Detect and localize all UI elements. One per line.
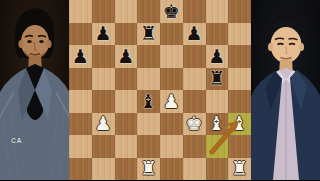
- square-h7[interactable]: [228, 23, 251, 46]
- square-h2[interactable]: [228, 135, 251, 158]
- face: [271, 27, 302, 63]
- square-c1[interactable]: [115, 158, 138, 181]
- square-c7[interactable]: [115, 23, 138, 46]
- square-e3[interactable]: [160, 113, 183, 136]
- square-d4[interactable]: ♝: [137, 90, 160, 113]
- square-f6[interactable]: [183, 45, 206, 68]
- square-e6[interactable]: [160, 45, 183, 68]
- chess-board: ♚♟♜♟♟♟♟♜♝♟♟♚♝♝♜♜: [69, 0, 251, 180]
- square-b3[interactable]: ♟: [92, 113, 115, 136]
- square-f8[interactable]: [183, 0, 206, 23]
- square-b5[interactable]: [92, 68, 115, 91]
- square-h1[interactable]: ♜: [228, 158, 251, 181]
- square-a1[interactable]: [69, 158, 92, 181]
- right-player-photo: [251, 0, 320, 180]
- square-g7[interactable]: [206, 23, 229, 46]
- square-e7[interactable]: [160, 23, 183, 46]
- square-e4[interactable]: ♟: [160, 90, 183, 113]
- square-a5[interactable]: [69, 68, 92, 91]
- square-c8[interactable]: [115, 0, 138, 23]
- board-grid: ♚♟♜♟♟♟♟♜♝♟♟♚♝♝♜♜: [69, 0, 251, 180]
- square-d8[interactable]: [137, 0, 160, 23]
- square-b6[interactable]: [92, 45, 115, 68]
- square-g8[interactable]: [206, 0, 229, 23]
- right-player-portrait: [251, 0, 320, 180]
- white-king-f3: ♚: [183, 113, 206, 136]
- photo-watermark: CA: [11, 137, 22, 144]
- square-g4[interactable]: [206, 90, 229, 113]
- square-d5[interactable]: [137, 68, 160, 91]
- square-h3[interactable]: ♝: [228, 113, 251, 136]
- white-pawn-b3: ♟: [92, 113, 115, 136]
- black-pawn-b7: ♟: [92, 23, 115, 46]
- white-bishop-h3: ♝: [228, 113, 251, 136]
- square-a2[interactable]: [69, 135, 92, 158]
- square-b2[interactable]: [92, 135, 115, 158]
- square-f7[interactable]: ♟: [183, 23, 206, 46]
- video-thumbnail: CA ♚♟♜♟♟♟♟♜♝♟♟♚♝♝♜♜: [0, 0, 320, 180]
- black-pawn-g6: ♟: [206, 45, 229, 68]
- square-a8[interactable]: [69, 0, 92, 23]
- square-c6[interactable]: ♟: [115, 45, 138, 68]
- square-b7[interactable]: ♟: [92, 23, 115, 46]
- square-c5[interactable]: [115, 68, 138, 91]
- square-d7[interactable]: ♜: [137, 23, 160, 46]
- black-pawn-c6: ♟: [115, 45, 138, 68]
- square-b1[interactable]: [92, 158, 115, 181]
- square-b8[interactable]: [92, 0, 115, 23]
- square-g1[interactable]: [206, 158, 229, 181]
- square-a6[interactable]: ♟: [69, 45, 92, 68]
- square-d2[interactable]: [137, 135, 160, 158]
- square-h8[interactable]: [228, 0, 251, 23]
- white-rook-h1: ♜: [228, 158, 251, 181]
- square-a4[interactable]: [69, 90, 92, 113]
- white-rook-d1: ♜: [137, 158, 160, 181]
- square-d1[interactable]: ♜: [137, 158, 160, 181]
- square-e2[interactable]: [160, 135, 183, 158]
- square-h4[interactable]: [228, 90, 251, 113]
- square-d6[interactable]: [137, 45, 160, 68]
- left-player-photo: CA: [0, 0, 69, 180]
- square-f4[interactable]: [183, 90, 206, 113]
- square-h5[interactable]: [228, 68, 251, 91]
- black-rook-g5: ♜: [206, 68, 229, 91]
- square-a3[interactable]: [69, 113, 92, 136]
- black-king-e8: ♚: [160, 0, 183, 23]
- square-g2[interactable]: [206, 135, 229, 158]
- square-h6[interactable]: [228, 45, 251, 68]
- white-pawn-e4: ♟: [160, 90, 183, 113]
- white-bishop-g3: ♝: [206, 113, 229, 136]
- square-g6[interactable]: ♟: [206, 45, 229, 68]
- square-a7[interactable]: [69, 23, 92, 46]
- square-b4[interactable]: [92, 90, 115, 113]
- square-f2[interactable]: [183, 135, 206, 158]
- square-c4[interactable]: [115, 90, 138, 113]
- square-g5[interactable]: ♜: [206, 68, 229, 91]
- black-pawn-a6: ♟: [69, 45, 92, 68]
- black-rook-d7: ♜: [137, 23, 160, 46]
- square-f1[interactable]: [183, 158, 206, 181]
- square-d3[interactable]: [137, 113, 160, 136]
- square-e1[interactable]: [160, 158, 183, 181]
- black-bishop-d4: ♝: [137, 90, 160, 113]
- left-player-portrait: [0, 0, 69, 180]
- square-e5[interactable]: [160, 68, 183, 91]
- square-f5[interactable]: [183, 68, 206, 91]
- square-g3[interactable]: ♝: [206, 113, 229, 136]
- square-c3[interactable]: [115, 113, 138, 136]
- black-pawn-f7: ♟: [183, 23, 206, 46]
- square-f3[interactable]: ♚: [183, 113, 206, 136]
- square-c2[interactable]: [115, 135, 138, 158]
- square-e8[interactable]: ♚: [160, 0, 183, 23]
